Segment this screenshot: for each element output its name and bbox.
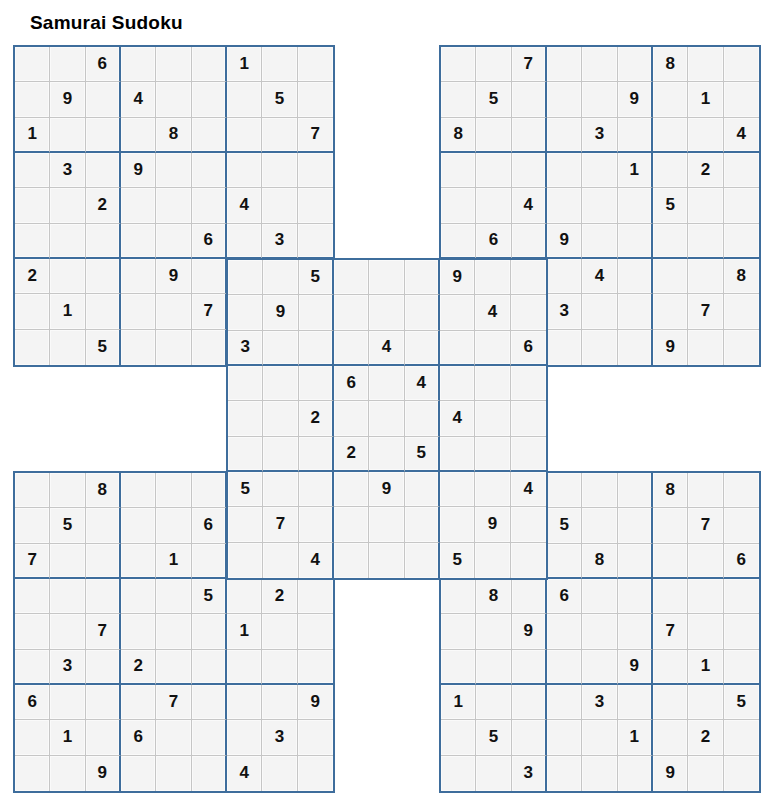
cell-bottom_left-r4c2[interactable] [50,579,85,614]
cell-top_left-r7c4[interactable] [121,259,156,294]
cell-bottom_left-r2c3[interactable] [86,508,121,543]
cell-bottom_left-r9c4[interactable] [121,756,156,791]
cell-bottom_left-r2c4[interactable] [121,508,156,543]
cell-bottom_left-r4c4[interactable] [121,579,156,614]
cell-bottom_left-r7c3[interactable] [86,685,121,720]
cell-bottom_right-r9c8[interactable] [688,756,723,791]
cell-top_right-r5c1[interactable] [441,188,476,223]
cell-top_left-r6c1[interactable] [15,224,50,259]
cell-top_right-r9c4[interactable] [547,330,582,365]
cell-bottom_left-r9c9[interactable] [298,756,333,791]
cell-center-r2c7[interactable] [440,295,475,330]
cell-top_right-r6c8[interactable] [688,224,723,259]
cell-bottom_right-r3c8[interactable] [688,544,723,579]
cell-bottom_left-r8c9[interactable] [298,720,333,755]
cell-top_right-r6c6[interactable] [618,224,653,259]
cell-bottom_right-r4c5[interactable] [582,579,617,614]
cell-top_left-r9c6[interactable] [192,330,227,365]
cell-bottom_right-r9c9[interactable] [724,756,759,791]
cell-center-r7c7[interactable] [440,472,475,507]
cell-top_right-r5c6[interactable] [618,188,653,223]
cell-bottom_left-r8c1[interactable] [15,720,50,755]
cell-top_left-r2c7[interactable] [227,82,262,117]
cell-top_right-r4c9[interactable] [724,153,759,188]
cell-top_left-r6c3[interactable] [86,224,121,259]
cell-bottom_left-r6c8[interactable] [262,650,297,685]
cell-bottom_left-r5c2[interactable] [50,614,85,649]
cell-center-r3c3[interactable] [299,331,334,366]
cell-bottom_right-r1c4[interactable] [547,473,582,508]
cell-top_right-r5c4[interactable] [547,188,582,223]
cell-top_left-r1c6[interactable] [192,47,227,82]
cell-top_right-r1c1[interactable] [441,47,476,82]
cell-bottom_left-r6c9[interactable] [298,650,333,685]
cell-bottom_right-r1c8[interactable] [688,473,723,508]
cell-center-r9c4[interactable] [334,543,369,578]
cell-center-r1c1[interactable] [228,260,263,295]
cell-bottom_left-r6c3[interactable] [86,650,121,685]
cell-top_left-r1c8[interactable] [262,47,297,82]
cell-center-r1c7: 9 [440,260,475,295]
cell-center-r8c4[interactable] [334,507,369,542]
cell-top_left-r1c3: 6 [86,47,121,82]
cell-top_right-r6c3[interactable] [512,224,547,259]
cell-bottom_left-r4c5[interactable] [156,579,191,614]
cell-top_right-r8c6[interactable] [618,294,653,329]
cell-top_left-r4c8[interactable] [262,153,297,188]
cell-top_left-r2c1[interactable] [15,82,50,117]
cell-bottom_right-r6c9[interactable] [724,650,759,685]
cell-bottom_right-r4c8[interactable] [688,579,723,614]
cell-bottom_right-r2c5[interactable] [582,508,617,543]
cell-center-r2c5[interactable] [369,295,404,330]
cell-center-r2c9[interactable] [511,295,546,330]
cell-bottom_left-r1c3: 8 [86,473,121,508]
cell-bottom_left-r5c1[interactable] [15,614,50,649]
cell-bottom_right-r9c6[interactable] [618,756,653,791]
cell-top_right-r4c5[interactable] [582,153,617,188]
cell-bottom_right-r2c4: 5 [547,508,582,543]
cell-center-r8c6[interactable] [405,507,440,542]
cell-top_left-r3c1: 1 [15,118,50,153]
cell-center-r8c3[interactable] [299,507,334,542]
cell-bottom_left-r1c1[interactable] [15,473,50,508]
cell-center-r1c4[interactable] [334,260,369,295]
cell-bottom_left-r6c7[interactable] [227,650,262,685]
cell-top_left-r2c8: 5 [262,82,297,117]
cell-center-r6c8[interactable] [475,437,510,472]
cell-top_right-r2c9[interactable] [724,82,759,117]
cell-top_left-r8c1[interactable] [15,294,50,329]
cell-center-r9c1[interactable] [228,543,263,578]
cell-center-r7c6[interactable] [405,472,440,507]
cell-bottom_right-r8c9[interactable] [724,720,759,755]
cell-top_right-r2c1[interactable] [441,82,476,117]
cell-center-r2c1[interactable] [228,295,263,330]
cell-top_right-r3c4[interactable] [547,118,582,153]
cell-bottom_right-r4c1[interactable] [441,579,476,614]
cell-top_left-r8c4[interactable] [121,294,156,329]
cell-top_left-r4c1[interactable] [15,153,50,188]
cell-bottom_right-r2c9[interactable] [724,508,759,543]
cell-top_left-r1c4[interactable] [121,47,156,82]
cell-bottom_right-r5c9[interactable] [724,614,759,649]
cell-top_right-r9c9[interactable] [724,330,759,365]
cell-top_right-r2c4[interactable] [547,82,582,117]
cell-bottom_left-r5c9[interactable] [298,614,333,649]
cell-top_right-r8c5[interactable] [582,294,617,329]
cell-bottom_right-r6c5[interactable] [582,650,617,685]
cell-center-r4c9[interactable] [511,366,546,401]
cell-top_right-r3c7[interactable] [653,118,688,153]
cell-bottom_left-r7c7[interactable] [227,685,262,720]
cell-top_right-r5c2[interactable] [476,188,511,223]
cell-bottom_right-r8c4[interactable] [547,720,582,755]
cell-top_right-r4c3[interactable] [512,153,547,188]
cell-center-r5c9[interactable] [511,401,546,436]
cell-top_left-r3c5: 8 [156,118,191,153]
cell-top_right-r7c7[interactable] [653,259,688,294]
cell-top_left-r6c5[interactable] [156,224,191,259]
cell-bottom_right-r4c3[interactable] [512,579,547,614]
cell-top_left-r5c2[interactable] [50,188,85,223]
cell-bottom_left-r7c2[interactable] [50,685,85,720]
cell-center-r1c9[interactable] [511,260,546,295]
cell-top_left-r9c1[interactable] [15,330,50,365]
cell-top_left-r7c6[interactable] [192,259,227,294]
cell-bottom_left-r5c8[interactable] [262,614,297,649]
cell-bottom_right-r8c1[interactable] [441,720,476,755]
cell-top_right-r7c4[interactable] [547,259,582,294]
cell-top_right-r7c6[interactable] [618,259,653,294]
cell-center-r5c4[interactable] [334,401,369,436]
cell-center-r8c9[interactable] [511,507,546,542]
cell-top_left-r5c6[interactable] [192,188,227,223]
cell-bottom_left-r8c6[interactable] [192,720,227,755]
cell-top_right-r5c5[interactable] [582,188,617,223]
cell-bottom_right-r6c1[interactable] [441,650,476,685]
cell-center-r1c2[interactable] [263,260,298,295]
cell-top_right-r2c5[interactable] [582,82,617,117]
cell-bottom_right-r6c7[interactable] [653,650,688,685]
cell-top_right-r6c9[interactable] [724,224,759,259]
cell-top_left-r2c5[interactable] [156,82,191,117]
cell-top_right-r9c6[interactable] [618,330,653,365]
cell-bottom_left-r1c4[interactable] [121,473,156,508]
cell-bottom_right-r7c7[interactable] [653,685,688,720]
cell-center-r5c8[interactable] [475,401,510,436]
cell-center-r9c8[interactable] [475,543,510,578]
cell-top_right-r1c3: 7 [512,47,547,82]
cell-center-r3c6[interactable] [405,331,440,366]
cell-top_left-r1c1[interactable] [15,47,50,82]
cell-bottom_right-r9c5[interactable] [582,756,617,791]
cell-top_right-r8c9[interactable] [724,294,759,329]
cell-bottom_left-r5c4[interactable] [121,614,156,649]
cell-center-r1c8[interactable] [475,260,510,295]
cell-bottom_right-r4c6[interactable] [618,579,653,614]
cell-bottom_left-r1c6[interactable] [192,473,227,508]
cell-center-r4c5[interactable] [369,366,404,401]
cell-bottom_left-r3c5: 1 [156,544,191,579]
cell-bottom_right-r8c5[interactable] [582,720,617,755]
cell-center-r5c2[interactable] [263,401,298,436]
cell-top_right-r1c4[interactable] [547,47,582,82]
cell-top_right-r4c1[interactable] [441,153,476,188]
cell-top_left-r8c3[interactable] [86,294,121,329]
cell-bottom_left-r9c8[interactable] [262,756,297,791]
cell-bottom_left-r6c1[interactable] [15,650,50,685]
cell-bottom_right-r3c7[interactable] [653,544,688,579]
cell-top_left-r5c4[interactable] [121,188,156,223]
cell-top_left-r5c5[interactable] [156,188,191,223]
cell-bottom_left-r9c6[interactable] [192,756,227,791]
cell-top_left-r6c2[interactable] [50,224,85,259]
cell-top_right-r1c6[interactable] [618,47,653,82]
cell-bottom_left-r2c5[interactable] [156,508,191,543]
cell-top_right-r5c8[interactable] [688,188,723,223]
cell-center-r2c6[interactable] [405,295,440,330]
cell-top_right-r2c3[interactable] [512,82,547,117]
cell-bottom_left-r8c5[interactable] [156,720,191,755]
cell-center-r7c8[interactable] [475,472,510,507]
cell-top_left-r6c7[interactable] [227,224,262,259]
cell-bottom_left-r2c1[interactable] [15,508,50,543]
cell-center-r9c6[interactable] [405,543,440,578]
cell-top_left-r1c2[interactable] [50,47,85,82]
cell-center-r1c6[interactable] [405,260,440,295]
cell-top_left-r3c3[interactable] [86,118,121,153]
cell-top_left-r2c2: 9 [50,82,85,117]
cell-top_left-r2c6[interactable] [192,82,227,117]
cell-top_left-r3c8[interactable] [262,118,297,153]
cell-top_left-r7c3[interactable] [86,259,121,294]
cell-center-r6c2[interactable] [263,437,298,472]
cell-center-r9c5[interactable] [369,543,404,578]
cell-bottom_left-r2c2: 5 [50,508,85,543]
cell-bottom_left-r4c9[interactable] [298,579,333,614]
cell-top_right-r6c7[interactable] [653,224,688,259]
cell-center-r8c7[interactable] [440,507,475,542]
cell-top_left-r7c2[interactable] [50,259,85,294]
cell-bottom_right-r2c7[interactable] [653,508,688,543]
cell-bottom_left-r3c3[interactable] [86,544,121,579]
cell-bottom_right-r6c2[interactable] [476,650,511,685]
cell-top_left-r9c2[interactable] [50,330,85,365]
cell-center-r6c1[interactable] [228,437,263,472]
cell-top_left-r8c5[interactable] [156,294,191,329]
cell-bottom_left-r7c6[interactable] [192,685,227,720]
cell-bottom_right-r1c7: 8 [653,473,688,508]
cell-bottom_left-r9c1[interactable] [15,756,50,791]
cell-top_right-r4c2[interactable] [476,153,511,188]
cell-top_right-r1c2[interactable] [476,47,511,82]
cell-bottom_right-r5c5[interactable] [582,614,617,649]
cell-bottom_left-r3c4[interactable] [121,544,156,579]
cell-top_left-r4c7[interactable] [227,153,262,188]
cell-top_left-r5c1[interactable] [15,188,50,223]
cell-center-r3c4[interactable] [334,331,369,366]
cell-top_left-r2c3[interactable] [86,82,121,117]
cell-center-r4c7[interactable] [440,366,475,401]
cell-bottom_left-r8c3[interactable] [86,720,121,755]
cell-top_left-r4c3[interactable] [86,153,121,188]
cell-bottom_left-r1c5[interactable] [156,473,191,508]
cell-center-r7c4[interactable] [334,472,369,507]
cell-bottom_left-r4c3[interactable] [86,579,121,614]
cell-center-r4c3[interactable] [299,366,334,401]
cell-top_right-r1c5[interactable] [582,47,617,82]
cell-top_left-r4c9[interactable] [298,153,333,188]
cell-top_right-r8c8: 7 [688,294,723,329]
cell-bottom_left-r4c7[interactable] [227,579,262,614]
cell-bottom_right-r6c8: 1 [688,650,723,685]
cell-bottom_right-r9c1[interactable] [441,756,476,791]
cell-top_left-r2c9[interactable] [298,82,333,117]
cell-top_right-r4c4[interactable] [547,153,582,188]
cell-top_left-r3c7[interactable] [227,118,262,153]
cell-center-r3c8[interactable] [475,331,510,366]
cell-bottom_right-r3c4[interactable] [547,544,582,579]
cell-center-r3c2[interactable] [263,331,298,366]
cell-center-r6c3[interactable] [299,437,334,472]
cell-center-r2c4[interactable] [334,295,369,330]
cell-top_right-r4c6: 1 [618,153,653,188]
cell-top_left-r1c9[interactable] [298,47,333,82]
cell-bottom_left-r8c2: 1 [50,720,85,755]
cell-bottom_right-r6c3[interactable] [512,650,547,685]
cell-bottom_left-r5c5[interactable] [156,614,191,649]
cell-top_right-r3c6[interactable] [618,118,653,153]
cell-top_left-r1c5[interactable] [156,47,191,82]
cell-center-r6c7[interactable] [440,437,475,472]
samurai-sudoku-page: Samurai Sudoku 6194518739246329517953 78… [0,0,768,803]
cell-bottom_right-r7c8[interactable] [688,685,723,720]
cell-bottom_right-r2c6[interactable] [618,508,653,543]
cell-bottom_right-r6c6: 9 [618,650,653,685]
cell-bottom_left-r5c6[interactable] [192,614,227,649]
cell-top_right-r3c1: 8 [441,118,476,153]
cell-top_left-r5c8[interactable] [262,188,297,223]
cell-top_left-r5c9[interactable] [298,188,333,223]
cell-bottom_left-r7c8[interactable] [262,685,297,720]
cell-bottom_left-r9c5[interactable] [156,756,191,791]
cell-center-r7c3[interactable] [299,472,334,507]
cell-bottom_right-r3c6[interactable] [618,544,653,579]
cell-bottom_left-r7c4[interactable] [121,685,156,720]
cell-center-r4c1[interactable] [228,366,263,401]
cell-bottom_right-r5c2[interactable] [476,614,511,649]
cell-bottom_right-r5c1[interactable] [441,614,476,649]
cell-top_right-r9c8[interactable] [688,330,723,365]
cell-top_right-r2c6: 9 [618,82,653,117]
cell-top_right-r1c9[interactable] [724,47,759,82]
cell-center-r1c5[interactable] [369,260,404,295]
cell-bottom_right-r5c4[interactable] [547,614,582,649]
cell-bottom_right-r8c6: 1 [618,720,653,755]
cell-bottom_right-r5c6[interactable] [618,614,653,649]
cell-bottom_left-r5c3: 7 [86,614,121,649]
cell-top_right-r6c1[interactable] [441,224,476,259]
cell-center-r9c9[interactable] [511,543,546,578]
cell-top_left-r6c9[interactable] [298,224,333,259]
cell-bottom_right-r1c6[interactable] [618,473,653,508]
cell-top_right-r6c5[interactable] [582,224,617,259]
cell-bottom_left-r6c6[interactable] [192,650,227,685]
cell-top_right-r9c5[interactable] [582,330,617,365]
cell-bottom_right-r9c4[interactable] [547,756,582,791]
cell-bottom_left-r9c2[interactable] [50,756,85,791]
cell-top_right-r8c7[interactable] [653,294,688,329]
cell-center-r5c1[interactable] [228,401,263,436]
cell-top_right-r3c2[interactable] [476,118,511,153]
cell-center-r6c5[interactable] [369,437,404,472]
cell-top_left-r9c5[interactable] [156,330,191,365]
page-title: Samurai Sudoku [30,12,183,34]
cell-center-r3c7[interactable] [440,331,475,366]
cell-bottom_right-r1c9[interactable] [724,473,759,508]
cell-center-r4c8[interactable] [475,366,510,401]
cell-bottom_right-r9c2[interactable] [476,756,511,791]
cell-top_right-r4c7[interactable] [653,153,688,188]
cell-center-r8c1[interactable] [228,507,263,542]
cell-top_right-r3c8[interactable] [688,118,723,153]
cell-bottom_right-r5c8[interactable] [688,614,723,649]
cell-bottom_right-r7c6[interactable] [618,685,653,720]
cell-top_left-r3c4[interactable] [121,118,156,153]
cell-top_right-r1c8[interactable] [688,47,723,82]
cell-center-r4c2[interactable] [263,366,298,401]
cell-center-r5c6[interactable] [405,401,440,436]
cell-top_left-r6c4[interactable] [121,224,156,259]
cell-bottom_right-r8c3[interactable] [512,720,547,755]
cell-bottom_left-r8c7[interactable] [227,720,262,755]
cell-bottom_right-r7c3[interactable] [512,685,547,720]
cell-bottom_right-r4c7[interactable] [653,579,688,614]
cell-bottom_left-r3c2[interactable] [50,544,85,579]
cell-center-r5c5[interactable] [369,401,404,436]
cell-bottom_right-r4c9[interactable] [724,579,759,614]
cell-bottom_left-r1c2[interactable] [50,473,85,508]
cell-center-r6c9[interactable] [511,437,546,472]
cell-top_left-r4c6[interactable] [192,153,227,188]
cell-bottom_left-r4c1[interactable] [15,579,50,614]
cell-bottom_right-r8c7[interactable] [653,720,688,755]
cell-top_left-r3c6[interactable] [192,118,227,153]
cell-top_left-r4c5[interactable] [156,153,191,188]
cell-top_left-r9c4[interactable] [121,330,156,365]
cell-top_right-r2c7[interactable] [653,82,688,117]
cell-bottom_left-r6c4: 2 [121,650,156,685]
cell-bottom_left-r6c5[interactable] [156,650,191,685]
cell-top_right-r5c9[interactable] [724,188,759,223]
cell-bottom_right-r6c4[interactable] [547,650,582,685]
cell-bottom_right-r7c2[interactable] [476,685,511,720]
cell-bottom_left-r3c6[interactable] [192,544,227,579]
cell-center-r7c2[interactable] [263,472,298,507]
cell-top_right-r7c8[interactable] [688,259,723,294]
cell-bottom_right-r7c4[interactable] [547,685,582,720]
cell-center-r2c3[interactable] [299,295,334,330]
cell-bottom_right-r1c5[interactable] [582,473,617,508]
cell-center-r8c5[interactable] [369,507,404,542]
cell-top_left-r3c2[interactable] [50,118,85,153]
cell-center-r3c5: 4 [369,331,404,366]
cell-bottom_left-r3c1: 7 [15,544,50,579]
cell-top_right-r5c3: 4 [512,188,547,223]
cell-center-r9c2[interactable] [263,543,298,578]
cell-top_right-r3c3[interactable] [512,118,547,153]
